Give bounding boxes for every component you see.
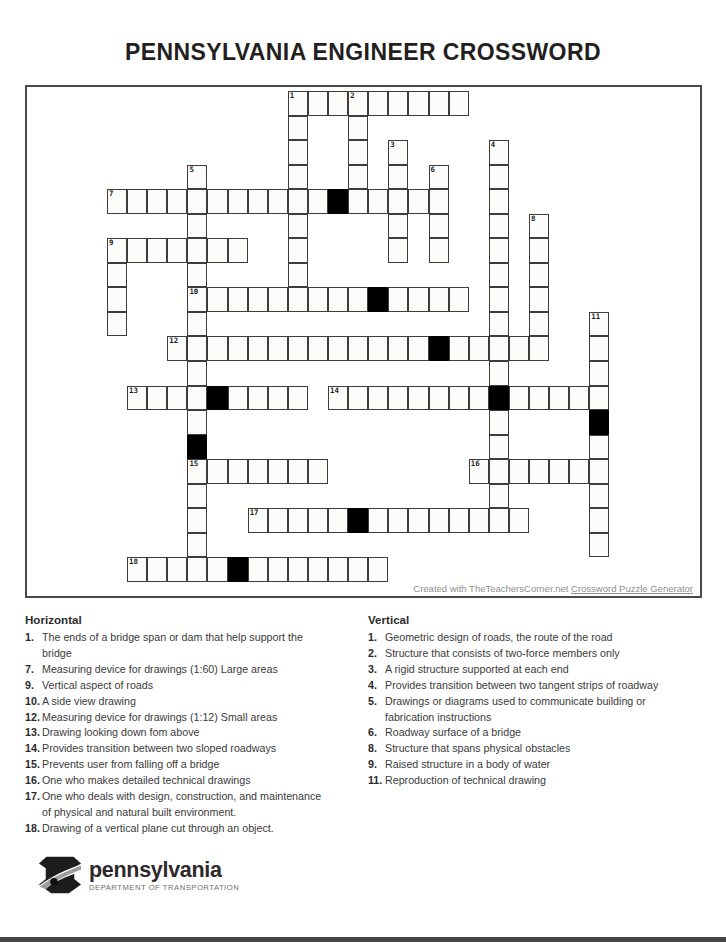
grid-cell[interactable]	[368, 508, 388, 533]
black-cell	[348, 508, 368, 533]
clue-text: Raised structure in a body of water	[385, 757, 666, 773]
grid-cell[interactable]	[408, 287, 428, 312]
clue-text: Geometric design of roads, the route of …	[385, 630, 666, 646]
clue-number: 13.	[25, 725, 42, 741]
grid-cell[interactable]	[268, 386, 288, 411]
grid-cell[interactable]	[268, 336, 288, 361]
clue-item: 17.One who deals with design, constructi…	[25, 789, 368, 821]
grid-cell[interactable]: 12	[167, 336, 187, 361]
grid-cell[interactable]: 11	[589, 312, 609, 337]
grid-cell[interactable]	[268, 508, 288, 533]
black-cell	[328, 189, 348, 214]
grid-cell[interactable]	[449, 336, 469, 361]
grid-cell[interactable]	[207, 557, 227, 582]
grid-cell[interactable]	[328, 287, 348, 312]
grid-cell[interactable]	[288, 140, 308, 165]
grid-cell[interactable]	[348, 557, 368, 582]
grid-cell[interactable]	[429, 238, 449, 263]
grid-cell[interactable]	[268, 459, 288, 484]
grid-cell[interactable]	[288, 459, 308, 484]
grid-cell[interactable]	[368, 336, 388, 361]
grid-cell[interactable]	[308, 287, 328, 312]
grid-cell[interactable]: 7	[107, 189, 127, 214]
grid-cell[interactable]	[107, 263, 127, 288]
grid-cell[interactable]	[569, 459, 589, 484]
cell-number: 13	[129, 387, 138, 395]
cell-number: 6	[431, 166, 435, 174]
clue-item: 8.Structure that spans physical obstacle…	[368, 741, 702, 757]
grid-cell[interactable]	[529, 238, 549, 263]
clue-item: 3.A rigid structure supported at each en…	[368, 662, 702, 678]
black-cell	[207, 386, 227, 411]
cell-number: 11	[591, 313, 600, 321]
clue-number: 17.	[25, 789, 42, 821]
grid-cell[interactable]	[489, 361, 509, 386]
grid-cell[interactable]	[489, 263, 509, 288]
grid-cell[interactable]	[509, 508, 529, 533]
vertical-clues: Vertical 1.Geometric design of roads, th…	[368, 613, 702, 837]
grid-cell[interactable]	[429, 91, 449, 116]
clue-text: Structure that spans physical obstacles	[385, 741, 666, 757]
grid-cell[interactable]	[489, 287, 509, 312]
grid-cell[interactable]: 13	[127, 386, 147, 411]
grid-cell[interactable]	[167, 557, 187, 582]
clue-number: 4.	[368, 678, 385, 694]
grid-cell[interactable]	[589, 435, 609, 460]
cell-number: 16	[471, 460, 480, 468]
cell-number: 7	[109, 190, 113, 198]
grid-cell[interactable]	[509, 459, 529, 484]
grid-cell[interactable]	[589, 484, 609, 509]
cell-number: 5	[189, 166, 193, 174]
grid-cell[interactable]	[469, 386, 489, 411]
clue-item: 9.Raised structure in a body of water	[368, 757, 702, 773]
grid-cell[interactable]	[529, 336, 549, 361]
grid-cell[interactable]	[489, 459, 509, 484]
grid-cell[interactable]	[368, 557, 388, 582]
grid-cell[interactable]	[288, 287, 308, 312]
grid-cell[interactable]: 17	[248, 508, 268, 533]
grid-cell[interactable]	[248, 386, 268, 411]
grid-cell[interactable]	[408, 336, 428, 361]
clue-text: Structure that consists of two-force mem…	[385, 646, 666, 662]
logo-text: pennsylvania DEPARTMENT OF TRANSPORTATIO…	[89, 859, 239, 892]
grid-cell[interactable]	[489, 508, 509, 533]
grid-cell[interactable]	[187, 238, 207, 263]
credit-text: Created with TheTeachersCorner.net	[413, 583, 571, 594]
grid-cell[interactable]	[288, 238, 308, 263]
grid-cell[interactable]	[328, 508, 348, 533]
clues-section: Horizontal 1.The ends of a bridge span o…	[25, 613, 702, 837]
grid-cell[interactable]	[207, 287, 227, 312]
grid-cell[interactable]	[107, 312, 127, 337]
black-cell	[589, 410, 609, 435]
cell-number: 4	[491, 141, 495, 149]
grid-cell[interactable]: 18	[127, 557, 147, 582]
credit-line: Created with TheTeachersCorner.net Cross…	[413, 583, 693, 594]
clue-text: Provides transition between two tangent …	[385, 678, 666, 694]
grid-cell[interactable]: 1	[288, 91, 308, 116]
page: PENNSYLVANIA ENGINEER CROSSWORD 12345678…	[0, 0, 726, 942]
grid-cell[interactable]	[187, 336, 207, 361]
clue-item: 10.A side view drawing	[25, 694, 368, 710]
clue-item: 7.Measuring device for drawings (1:60) L…	[25, 662, 368, 678]
clue-item: 16.One who makes detailed technical draw…	[25, 773, 368, 789]
grid-cell[interactable]	[228, 459, 248, 484]
crossword-board: 123456789101112131415161718 Created with…	[25, 85, 702, 598]
grid-cell[interactable]	[288, 214, 308, 239]
clue-text: Prevents user from falling off a bridge	[42, 757, 323, 773]
black-cell	[368, 287, 388, 312]
grid-cell[interactable]: 2	[348, 91, 368, 116]
clue-number: 15.	[25, 757, 42, 773]
black-cell	[489, 386, 509, 411]
grid-cell[interactable]	[308, 508, 328, 533]
clue-text: The ends of a bridge span or dam that he…	[42, 630, 323, 662]
grid-cell[interactable]	[388, 287, 408, 312]
clue-text: A side view drawing	[42, 694, 323, 710]
grid-cell[interactable]	[348, 386, 368, 411]
grid-cell[interactable]	[187, 386, 207, 411]
grid-cell[interactable]	[207, 336, 227, 361]
grid-cell[interactable]	[288, 116, 308, 141]
grid-cell[interactable]	[348, 189, 368, 214]
grid-cell[interactable]	[429, 189, 449, 214]
grid-cell[interactable]	[509, 386, 529, 411]
grid-cell[interactable]	[127, 238, 147, 263]
grid-cell[interactable]	[288, 263, 308, 288]
grid-cell[interactable]	[328, 336, 348, 361]
grid-cell[interactable]	[187, 484, 207, 509]
clue-item: 5.Drawings or diagrams used to communica…	[368, 694, 702, 726]
grid-cell[interactable]	[248, 287, 268, 312]
grid-cell[interactable]	[529, 287, 549, 312]
logo-wordmark: pennsylvania	[89, 859, 239, 881]
clue-text: Drawing of a vertical plane cut through …	[42, 821, 323, 837]
grid-cell[interactable]	[328, 557, 348, 582]
grid-cell[interactable]	[187, 410, 207, 435]
grid-cell[interactable]: 15	[187, 459, 207, 484]
clue-item: 13.Drawing looking down fom above	[25, 725, 368, 741]
bottom-edge-bar	[0, 937, 726, 942]
grid-cell[interactable]	[308, 91, 328, 116]
clue-number: 9.	[25, 678, 42, 694]
clue-text: One who deals with design, construction,…	[42, 789, 323, 821]
grid-cell[interactable]	[388, 165, 408, 190]
grid-cell[interactable]	[228, 336, 248, 361]
vertical-clues-header: Vertical	[368, 613, 702, 626]
grid-cell[interactable]	[187, 214, 207, 239]
grid-cell[interactable]	[388, 508, 408, 533]
grid-cell[interactable]	[107, 287, 127, 312]
clue-text: Measuring device for drawings (1:12) Sma…	[42, 710, 323, 726]
grid-cell[interactable]: 10	[187, 287, 207, 312]
grid-cell[interactable]: 14	[328, 386, 348, 411]
grid-cell[interactable]	[288, 165, 308, 190]
grid-cell[interactable]	[288, 557, 308, 582]
grid-cell[interactable]	[388, 91, 408, 116]
clue-text: Vertical aspect of roads	[42, 678, 323, 694]
clue-text: Drawing looking down fom above	[42, 725, 323, 741]
clue-text: Drawings or diagrams used to communicate…	[385, 694, 666, 726]
grid-cell[interactable]	[288, 189, 308, 214]
grid-cell[interactable]	[187, 263, 207, 288]
grid-cell[interactable]	[589, 459, 609, 484]
clue-number: 5.	[368, 694, 385, 726]
grid-cell[interactable]	[388, 214, 408, 239]
grid-cell[interactable]	[388, 189, 408, 214]
grid-cell[interactable]	[429, 287, 449, 312]
grid-cell[interactable]	[408, 508, 428, 533]
grid-cell[interactable]	[529, 312, 549, 337]
grid-cell[interactable]	[589, 508, 609, 533]
clue-item: 12.Measuring device for drawings (1:12) …	[25, 710, 368, 726]
clue-item: 4.Provides transition between two tangen…	[368, 678, 702, 694]
grid-cell[interactable]	[248, 189, 268, 214]
clue-number: 16.	[25, 773, 42, 789]
grid-cell[interactable]	[408, 91, 428, 116]
clue-item: 15.Prevents user from falling off a brid…	[25, 757, 368, 773]
grid-cell[interactable]	[308, 336, 328, 361]
grid-cell[interactable]	[489, 165, 509, 190]
grid-cell[interactable]	[268, 557, 288, 582]
clue-number: 12.	[25, 710, 42, 726]
keystone-logo-icon	[38, 856, 82, 894]
grid-cell[interactable]: 8	[529, 214, 549, 239]
clue-number: 8.	[368, 741, 385, 757]
cell-number: 2	[350, 92, 354, 100]
grid-cell[interactable]	[127, 189, 147, 214]
grid-cell[interactable]	[207, 189, 227, 214]
grid-cell[interactable]	[529, 386, 549, 411]
grid-cell[interactable]	[449, 91, 469, 116]
grid-cell[interactable]	[288, 336, 308, 361]
grid-cell[interactable]	[489, 214, 509, 239]
grid-cell[interactable]	[589, 361, 609, 386]
grid-cell[interactable]	[408, 386, 428, 411]
page-title: PENNSYLVANIA ENGINEER CROSSWORD	[0, 39, 726, 66]
grid-cell[interactable]	[248, 557, 268, 582]
clue-number: 6.	[368, 725, 385, 741]
grid-cell[interactable]	[228, 189, 248, 214]
grid-cell[interactable]	[147, 238, 167, 263]
clue-text: Provides transition between two sloped r…	[42, 741, 323, 757]
grid-cell[interactable]	[187, 533, 207, 558]
clue-number: 1.	[25, 630, 42, 662]
grid-cell[interactable]	[429, 386, 449, 411]
grid-cell[interactable]	[147, 557, 167, 582]
grid-cell[interactable]	[529, 263, 549, 288]
logo-department-line: DEPARTMENT OF TRANSPORTATION	[89, 883, 239, 892]
grid-cell[interactable]	[509, 336, 529, 361]
grid-cell[interactable]	[589, 386, 609, 411]
grid-cell[interactable]	[429, 214, 449, 239]
horizontal-clues: Horizontal 1.The ends of a bridge span o…	[25, 613, 368, 837]
grid-cell[interactable]	[308, 459, 328, 484]
clue-item: 6.Roadway surface of a bridge	[368, 725, 702, 741]
grid-cell[interactable]	[469, 508, 489, 533]
grid-cell[interactable]	[489, 238, 509, 263]
grid-cell[interactable]	[348, 140, 368, 165]
grid-cell[interactable]	[489, 336, 509, 361]
cell-number: 8	[531, 215, 535, 223]
grid-cell[interactable]	[147, 386, 167, 411]
grid-cell[interactable]	[228, 238, 248, 263]
grid-cell[interactable]	[268, 189, 288, 214]
grid-cell[interactable]	[187, 312, 207, 337]
grid-cell[interactable]	[308, 557, 328, 582]
grid-cell[interactable]	[268, 287, 288, 312]
grid-cell[interactable]	[388, 238, 408, 263]
cell-number: 17	[250, 509, 259, 517]
grid-cell[interactable]	[308, 189, 328, 214]
grid-cell[interactable]	[147, 189, 167, 214]
grid-cell[interactable]	[489, 189, 509, 214]
grid-cell[interactable]	[187, 557, 207, 582]
grid-cell[interactable]	[449, 508, 469, 533]
clue-item: 1.The ends of a bridge span or dam that …	[25, 630, 368, 662]
clue-item: 2.Structure that consists of two-force m…	[368, 646, 702, 662]
grid-cell[interactable]	[348, 116, 368, 141]
clue-item: 9.Vertical aspect of roads	[25, 678, 368, 694]
grid-cell[interactable]	[368, 91, 388, 116]
crossword-grid: 123456789101112131415161718	[107, 91, 609, 582]
clue-number: 7.	[25, 662, 42, 678]
grid-cell[interactable]	[228, 386, 248, 411]
grid-cell[interactable]	[368, 189, 388, 214]
grid-cell[interactable]	[228, 287, 248, 312]
grid-cell[interactable]	[167, 386, 187, 411]
grid-cell[interactable]	[549, 386, 569, 411]
grid-cell[interactable]	[489, 312, 509, 337]
grid-cell[interactable]	[529, 459, 549, 484]
black-cell	[228, 557, 248, 582]
penndot-logo: pennsylvania DEPARTMENT OF TRANSPORTATIO…	[38, 856, 239, 894]
clue-number: 3.	[368, 662, 385, 678]
clue-text: One who makes detailed technical drawing…	[42, 773, 323, 789]
clue-item: 11.Reproduction of technical drawing	[368, 773, 702, 789]
grid-cell[interactable]	[348, 336, 368, 361]
clue-text: Measuring device for drawings (1:60) Lar…	[42, 662, 323, 678]
grid-cell[interactable]	[248, 459, 268, 484]
horizontal-clue-list: 1.The ends of a bridge span or dam that …	[25, 630, 368, 837]
cell-number: 3	[390, 141, 394, 149]
grid-cell[interactable]	[187, 361, 207, 386]
clue-text: Roadway surface of a bridge	[385, 725, 666, 741]
grid-cell[interactable]	[388, 386, 408, 411]
clue-number: 10.	[25, 694, 42, 710]
grid-cell[interactable]: 4	[489, 140, 509, 165]
grid-cell[interactable]	[288, 508, 308, 533]
grid-cell[interactable]	[348, 165, 368, 190]
cell-number: 10	[189, 288, 198, 296]
grid-cell[interactable]	[248, 336, 268, 361]
clue-number: 9.	[368, 757, 385, 773]
clue-number: 14.	[25, 741, 42, 757]
grid-cell[interactable]: 3	[388, 140, 408, 165]
clue-number: 11.	[368, 773, 385, 789]
grid-cell[interactable]	[569, 386, 589, 411]
grid-cell[interactable]: 6	[429, 165, 449, 190]
grid-cell[interactable]: 5	[187, 165, 207, 190]
clue-text: A rigid structure supported at each end	[385, 662, 666, 678]
horizontal-clues-header: Horizontal	[25, 613, 368, 626]
grid-cell[interactable]	[187, 189, 207, 214]
grid-cell[interactable]: 16	[469, 459, 489, 484]
grid-cell[interactable]	[167, 189, 187, 214]
grid-cell[interactable]	[348, 287, 368, 312]
grid-cell[interactable]	[589, 336, 609, 361]
grid-cell[interactable]	[207, 238, 227, 263]
grid-cell[interactable]	[408, 189, 428, 214]
cell-number: 1	[290, 92, 294, 100]
grid-cell[interactable]	[489, 435, 509, 460]
grid-cell[interactable]	[489, 484, 509, 509]
credit-link[interactable]: Crossword Puzzle Generator	[571, 583, 693, 594]
grid-cell[interactable]	[549, 459, 569, 484]
grid-cell[interactable]	[589, 533, 609, 558]
cell-number: 14	[330, 387, 339, 395]
grid-cell[interactable]	[449, 287, 469, 312]
clue-item: 18.Drawing of a vertical plane cut throu…	[25, 821, 368, 837]
cell-number: 12	[169, 337, 178, 345]
grid-cell[interactable]	[207, 459, 227, 484]
clue-number: 2.	[368, 646, 385, 662]
clue-number: 18.	[25, 821, 42, 837]
grid-cell[interactable]	[388, 336, 408, 361]
grid-cell[interactable]	[449, 386, 469, 411]
black-cell	[187, 435, 207, 460]
clue-text: Reproduction of technical drawing	[385, 773, 666, 789]
grid-cell[interactable]	[489, 410, 509, 435]
grid-cell[interactable]	[429, 508, 449, 533]
grid-cell[interactable]	[288, 386, 308, 411]
cell-number: 18	[129, 558, 138, 566]
clue-number: 1.	[368, 630, 385, 646]
clue-item: 14.Provides transition between two slope…	[25, 741, 368, 757]
cell-number: 15	[189, 460, 198, 468]
grid-cell[interactable]: 9	[107, 238, 127, 263]
grid-cell[interactable]	[167, 238, 187, 263]
grid-cell[interactable]	[328, 91, 348, 116]
grid-cell[interactable]	[187, 508, 207, 533]
vertical-clue-list: 1.Geometric design of roads, the route o…	[368, 630, 702, 789]
grid-cell[interactable]	[469, 336, 489, 361]
black-cell	[429, 336, 449, 361]
clue-item: 1.Geometric design of roads, the route o…	[368, 630, 702, 646]
grid-cell[interactable]	[368, 386, 388, 411]
cell-number: 9	[109, 239, 113, 247]
